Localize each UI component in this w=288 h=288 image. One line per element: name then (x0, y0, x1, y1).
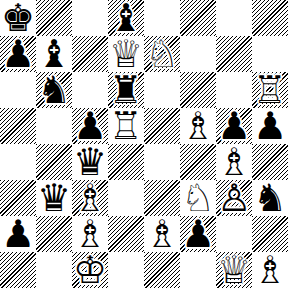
square-b6[interactable]: ♞ (36, 72, 72, 108)
black-pawn-piece: ♟ (73, 108, 107, 144)
square-c7[interactable] (72, 36, 108, 72)
square-b3[interactable]: ♛ (36, 180, 72, 216)
square-c4[interactable]: ♛ (72, 144, 108, 180)
square-d8[interactable]: ♝ (108, 0, 144, 36)
square-h3[interactable]: ♞ (252, 180, 288, 216)
black-bishop-piece: ♝ (37, 36, 71, 72)
square-g7[interactable] (216, 36, 252, 72)
square-e5[interactable] (144, 108, 180, 144)
black-pawn-piece: ♟ (1, 216, 35, 252)
square-c6[interactable] (72, 72, 108, 108)
square-b8[interactable] (36, 0, 72, 36)
square-a1[interactable] (0, 252, 36, 288)
square-e8[interactable] (144, 0, 180, 36)
black-pawn-piece: ♟ (217, 108, 251, 144)
square-f8[interactable] (180, 0, 216, 36)
square-h8[interactable] (252, 0, 288, 36)
square-c2[interactable]: ♗ (72, 216, 108, 252)
white-rook-piece: ♖ (253, 72, 287, 108)
black-knight-piece: ♞ (253, 180, 287, 216)
square-a5[interactable] (0, 108, 36, 144)
black-pawn-piece: ♟ (253, 108, 287, 144)
square-b5[interactable] (36, 108, 72, 144)
square-f4[interactable] (180, 144, 216, 180)
square-b1[interactable] (36, 252, 72, 288)
square-e2[interactable]: ♗ (144, 216, 180, 252)
square-a4[interactable] (0, 144, 36, 180)
square-d2[interactable] (108, 216, 144, 252)
square-d3[interactable] (108, 180, 144, 216)
square-e7[interactable]: ♘ (144, 36, 180, 72)
square-f6[interactable] (180, 72, 216, 108)
square-c3[interactable]: ♗ (72, 180, 108, 216)
square-b7[interactable]: ♝ (36, 36, 72, 72)
square-g2[interactable] (216, 216, 252, 252)
black-knight-piece: ♞ (37, 72, 71, 108)
white-bishop-piece: ♗ (145, 216, 179, 252)
square-d1[interactable] (108, 252, 144, 288)
square-g8[interactable] (216, 0, 252, 36)
square-f3[interactable]: ♘ (180, 180, 216, 216)
square-c8[interactable] (72, 0, 108, 36)
square-h5[interactable]: ♟ (252, 108, 288, 144)
white-king-piece: ♔ (73, 252, 107, 288)
white-queen-piece: ♕ (109, 36, 143, 72)
square-g6[interactable] (216, 72, 252, 108)
black-rook-piece: ♜ (109, 72, 143, 108)
white-queen-piece: ♕ (217, 252, 251, 288)
square-a2[interactable]: ♟ (0, 216, 36, 252)
square-g5[interactable]: ♟ (216, 108, 252, 144)
square-a3[interactable] (0, 180, 36, 216)
chess-board: ♚♝♟♝♕♘♞♜♖♟♖♗♟♟♛♗♛♗♘♙♞♟♗♗♟♔♕♗ (0, 0, 288, 288)
square-g4[interactable]: ♗ (216, 144, 252, 180)
white-rook-piece: ♖ (109, 108, 143, 144)
square-d4[interactable] (108, 144, 144, 180)
square-c5[interactable]: ♟ (72, 108, 108, 144)
square-h7[interactable] (252, 36, 288, 72)
white-bishop-piece: ♗ (217, 144, 251, 180)
square-e6[interactable] (144, 72, 180, 108)
square-h1[interactable]: ♗ (252, 252, 288, 288)
square-a6[interactable] (0, 72, 36, 108)
black-pawn-piece: ♟ (1, 36, 35, 72)
black-queen-piece: ♛ (73, 144, 107, 180)
square-h6[interactable]: ♖ (252, 72, 288, 108)
square-h2[interactable] (252, 216, 288, 252)
white-bishop-piece: ♗ (73, 180, 107, 216)
white-knight-piece: ♘ (145, 36, 179, 72)
black-king-piece: ♚ (1, 0, 35, 36)
white-bishop-piece: ♗ (253, 252, 287, 288)
square-a8[interactable]: ♚ (0, 0, 36, 36)
square-f2[interactable]: ♟ (180, 216, 216, 252)
white-bishop-piece: ♗ (181, 108, 215, 144)
black-bishop-piece: ♝ (109, 0, 143, 36)
black-pawn-piece: ♟ (181, 216, 215, 252)
square-h4[interactable] (252, 144, 288, 180)
square-c1[interactable]: ♔ (72, 252, 108, 288)
square-e4[interactable] (144, 144, 180, 180)
square-e3[interactable] (144, 180, 180, 216)
square-d7[interactable]: ♕ (108, 36, 144, 72)
square-d6[interactable]: ♜ (108, 72, 144, 108)
square-a7[interactable]: ♟ (0, 36, 36, 72)
square-f1[interactable] (180, 252, 216, 288)
square-e1[interactable] (144, 252, 180, 288)
black-queen-piece: ♛ (37, 180, 71, 216)
square-b2[interactable] (36, 216, 72, 252)
white-knight-piece: ♘ (181, 180, 215, 216)
square-g3[interactable]: ♙ (216, 180, 252, 216)
square-f5[interactable]: ♗ (180, 108, 216, 144)
square-g1[interactable]: ♕ (216, 252, 252, 288)
square-b4[interactable] (36, 144, 72, 180)
square-d5[interactable]: ♖ (108, 108, 144, 144)
square-f7[interactable] (180, 36, 216, 72)
white-pawn-piece: ♙ (217, 180, 251, 216)
white-bishop-piece: ♗ (73, 216, 107, 252)
